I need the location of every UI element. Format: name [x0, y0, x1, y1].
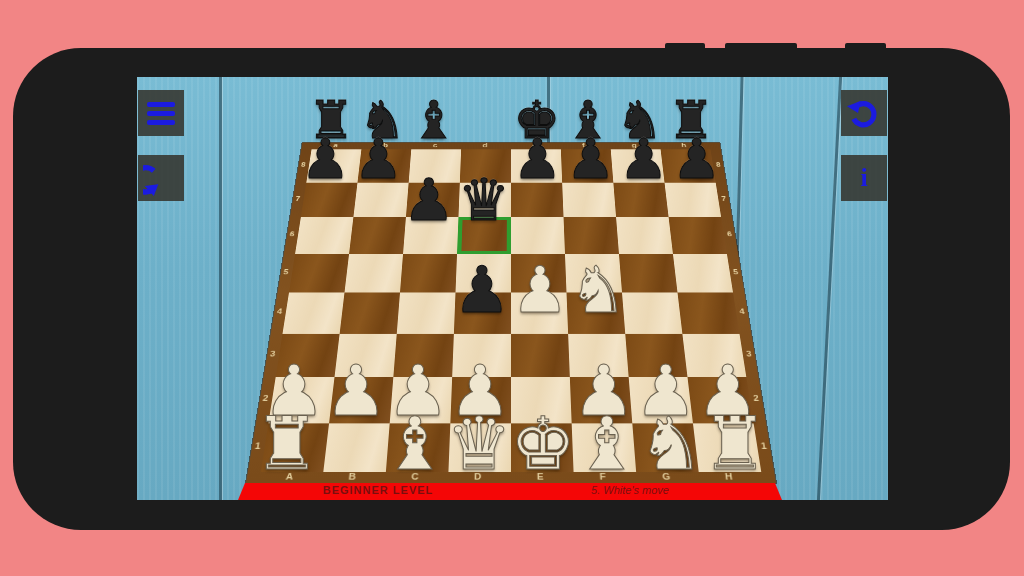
coordinate-label: 5 [283, 269, 289, 275]
coordinate-label: 8 [301, 162, 306, 167]
square-h6[interactable] [669, 217, 727, 254]
square-c5[interactable] [400, 254, 457, 293]
square-d1[interactable] [448, 423, 511, 472]
coordinate-label: 6 [727, 231, 733, 237]
square-f4[interactable] [567, 292, 626, 333]
wood-plank-seam [219, 77, 222, 500]
square-c7[interactable] [406, 182, 460, 217]
square-g8[interactable] [611, 149, 665, 182]
square-b8[interactable] [358, 149, 412, 182]
coordinate-label: a [333, 143, 338, 148]
coordinate-label: 7 [295, 196, 301, 202]
square-e7[interactable] [511, 182, 564, 217]
piece-black-r-h8[interactable]: ♜ [668, 94, 715, 146]
coordinate-label: 3 [270, 350, 276, 357]
coordinate-label: 4 [739, 308, 745, 315]
info-icon: i [860, 165, 867, 191]
square-h4[interactable] [678, 292, 740, 333]
coordinate-label: 7 [721, 196, 727, 202]
square-e3[interactable] [511, 333, 570, 376]
menu-button[interactable] [138, 90, 184, 136]
square-a8[interactable] [306, 149, 361, 182]
coordinate-label: 5 [733, 269, 739, 275]
square-d2[interactable] [450, 377, 511, 423]
coordinate-label: E [537, 473, 544, 481]
hamburger-icon [147, 102, 175, 125]
piece-black-k-e8[interactable]: ♚ [513, 94, 560, 146]
square-b2[interactable] [329, 377, 393, 423]
piece-black-n-b8[interactable]: ♞ [359, 94, 406, 146]
square-g7[interactable] [613, 182, 668, 217]
square-b4[interactable] [340, 292, 400, 333]
square-h5[interactable] [673, 254, 733, 293]
coordinate-label: A [285, 473, 293, 481]
square-b3[interactable] [335, 333, 397, 376]
square-e2[interactable] [511, 377, 572, 423]
coordinate-label: G [662, 473, 671, 481]
square-c6[interactable] [403, 217, 458, 254]
square-f3[interactable] [568, 333, 629, 376]
rotate-icon [143, 160, 179, 196]
square-b6[interactable] [349, 217, 406, 254]
square-g4[interactable] [622, 292, 682, 333]
coordinate-label: B [348, 473, 356, 481]
wood-plank-seam [817, 77, 843, 500]
piece-black-b-c8[interactable]: ♝ [411, 94, 458, 146]
coordinate-label: 1 [760, 442, 767, 450]
coordinate-label: 1 [254, 442, 261, 450]
square-e1[interactable] [511, 423, 574, 472]
coordinate-label: D [474, 473, 481, 481]
square-d6[interactable] [457, 217, 511, 254]
coordinate-label: d [483, 143, 488, 148]
coordinate-label: e [532, 143, 536, 148]
square-a6[interactable] [295, 217, 353, 254]
piece-black-b-f8[interactable]: ♝ [565, 94, 612, 146]
rotate-board-button[interactable] [138, 155, 184, 201]
chess-board[interactable]: 88aA77bB66cC55dD44eE33fF22gG11hH [246, 143, 776, 483]
info-button[interactable]: i [841, 155, 887, 201]
game-screen: 88aA77bB66cC55dD44eE33fF22gG11hH ♜♞♝♚♝♞♜… [137, 77, 888, 500]
square-e5[interactable] [511, 254, 567, 293]
coordinate-label: g [631, 143, 636, 148]
phone-frame: 88aA77bB66cC55dD44eE33fF22gG11hH ♜♞♝♚♝♞♜… [13, 48, 1010, 530]
square-g6[interactable] [616, 217, 673, 254]
square-d4[interactable] [454, 292, 511, 333]
square-d8[interactable] [460, 149, 511, 182]
square-h2[interactable] [687, 377, 753, 423]
square-h7[interactable] [664, 182, 721, 217]
square-h3[interactable] [682, 333, 746, 376]
coordinate-label: H [725, 473, 733, 481]
square-f5[interactable] [565, 254, 622, 293]
coordinate-label: F [599, 473, 606, 481]
square-h1[interactable] [693, 423, 761, 472]
square-b1[interactable] [323, 423, 389, 472]
piece-black-n-g8[interactable]: ♞ [616, 94, 663, 146]
square-g3[interactable] [625, 333, 687, 376]
coordinate-label: 8 [716, 162, 721, 167]
square-b7[interactable] [353, 182, 408, 217]
square-e4[interactable] [511, 292, 568, 333]
move-status-label: 5. White's move [550, 484, 710, 496]
undo-icon [847, 96, 881, 130]
coordinate-label: C [411, 473, 419, 481]
square-h8[interactable] [661, 149, 716, 182]
square-c8[interactable] [409, 149, 461, 182]
coordinate-label: 2 [753, 395, 759, 403]
square-f7[interactable] [562, 182, 616, 217]
square-c2[interactable] [390, 377, 452, 423]
square-a5[interactable] [289, 254, 349, 293]
square-e8[interactable] [511, 149, 562, 182]
square-a3[interactable] [276, 333, 340, 376]
coordinate-label: 3 [746, 350, 752, 357]
square-a1[interactable] [261, 423, 329, 472]
square-c4[interactable] [397, 292, 456, 333]
undo-button[interactable] [841, 90, 887, 136]
board-squares [261, 149, 762, 472]
piece-black-r-a8[interactable]: ♜ [308, 94, 355, 146]
coordinate-label: 6 [289, 231, 295, 237]
coordinate-label: h [681, 143, 687, 148]
square-f2[interactable] [570, 377, 632, 423]
square-b5[interactable] [344, 254, 403, 293]
square-d5[interactable] [455, 254, 511, 293]
square-f8[interactable] [561, 149, 613, 182]
level-label: BEGINNER LEVEL [298, 484, 458, 496]
coordinate-label: b [383, 143, 388, 148]
coordinate-label: 2 [262, 395, 269, 403]
square-f1[interactable] [572, 423, 636, 472]
status-banner: BEGINNER LEVEL 5. White's move [238, 483, 782, 500]
coordinate-label: f [582, 143, 585, 148]
square-a7[interactable] [301, 182, 358, 217]
square-g5[interactable] [619, 254, 678, 293]
coordinate-label: c [433, 143, 438, 148]
coordinate-label: 4 [276, 308, 282, 315]
square-e6[interactable] [511, 217, 565, 254]
square-a4[interactable] [283, 292, 345, 333]
square-g2[interactable] [629, 377, 693, 423]
square-c1[interactable] [386, 423, 450, 472]
square-d7[interactable] [458, 182, 511, 217]
square-g1[interactable] [632, 423, 698, 472]
app-background: { "game": "chess", "position": { "fen": … [0, 0, 1024, 576]
square-f6[interactable] [564, 217, 619, 254]
square-d3[interactable] [452, 333, 511, 376]
square-c3[interactable] [393, 333, 454, 376]
square-a2[interactable] [268, 377, 334, 423]
